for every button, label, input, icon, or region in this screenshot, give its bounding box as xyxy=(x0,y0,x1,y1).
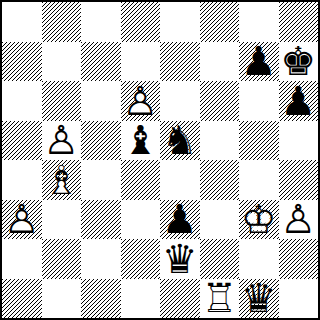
square-a8[interactable] xyxy=(2,2,42,42)
black-king-glyph: ♚ xyxy=(279,42,319,82)
square-b4[interactable]: ♝♗ xyxy=(42,160,82,200)
square-g4[interactable] xyxy=(239,160,279,200)
square-g7[interactable]: ♟♟ xyxy=(239,42,279,82)
square-e7[interactable] xyxy=(160,42,200,82)
square-e6[interactable] xyxy=(160,81,200,121)
square-a3[interactable]: ♟♙ xyxy=(2,200,42,240)
square-h1[interactable] xyxy=(279,279,319,319)
black-pawn-glyph: ♟ xyxy=(239,42,279,82)
black-bishop[interactable]: ♝♝ xyxy=(121,121,161,161)
white-pawn-glyph: ♙ xyxy=(2,200,42,240)
square-g3[interactable]: ♚♔ xyxy=(239,200,279,240)
white-rook-glyph: ♖ xyxy=(200,279,240,319)
square-c1[interactable] xyxy=(81,279,121,319)
square-b8[interactable] xyxy=(42,2,82,42)
square-b7[interactable] xyxy=(42,42,82,82)
square-f8[interactable] xyxy=(200,2,240,42)
black-king[interactable]: ♚♚ xyxy=(279,42,319,82)
square-c2[interactable] xyxy=(81,239,121,279)
square-c7[interactable] xyxy=(81,42,121,82)
white-pawn[interactable]: ♟♙ xyxy=(2,200,42,240)
square-f5[interactable] xyxy=(200,121,240,161)
square-d6[interactable]: ♟♙ xyxy=(121,81,161,121)
square-c6[interactable] xyxy=(81,81,121,121)
black-bishop-glyph: ♝ xyxy=(121,121,161,161)
square-f2[interactable] xyxy=(200,239,240,279)
square-d3[interactable] xyxy=(121,200,161,240)
square-a4[interactable] xyxy=(2,160,42,200)
white-pawn-glyph: ♙ xyxy=(121,81,161,121)
black-queen[interactable]: ♛♛ xyxy=(160,239,200,279)
square-c4[interactable] xyxy=(81,160,121,200)
white-pawn[interactable]: ♟♙ xyxy=(42,121,82,161)
square-f4[interactable] xyxy=(200,160,240,200)
black-queen-glyph: ♛ xyxy=(160,239,200,279)
square-h3[interactable]: ♟♙ xyxy=(279,200,319,240)
square-e3[interactable]: ♟♟ xyxy=(160,200,200,240)
square-f7[interactable] xyxy=(200,42,240,82)
black-knight[interactable]: ♞♞ xyxy=(160,121,200,161)
square-h6[interactable]: ♟♟ xyxy=(279,81,319,121)
black-queen-glyph: ♛ xyxy=(239,279,279,319)
black-pawn[interactable]: ♟♟ xyxy=(160,200,200,240)
square-h5[interactable] xyxy=(279,121,319,161)
square-b3[interactable] xyxy=(42,200,82,240)
square-c3[interactable] xyxy=(81,200,121,240)
square-d1[interactable] xyxy=(121,279,161,319)
square-g5[interactable] xyxy=(239,121,279,161)
white-pawn[interactable]: ♟♙ xyxy=(279,200,319,240)
square-g8[interactable] xyxy=(239,2,279,42)
square-a1[interactable] xyxy=(2,279,42,319)
square-g6[interactable] xyxy=(239,81,279,121)
black-queen[interactable]: ♛♛ xyxy=(239,279,279,319)
square-f3[interactable] xyxy=(200,200,240,240)
white-pawn-glyph: ♙ xyxy=(279,200,319,240)
square-e4[interactable] xyxy=(160,160,200,200)
chess-board: ♟♟♚♚♟♙♟♟♟♙♝♝♞♞♝♗♟♙♟♟♚♔♟♙♛♛♜♖♛♛ xyxy=(0,0,320,320)
square-g2[interactable] xyxy=(239,239,279,279)
white-rook[interactable]: ♜♖ xyxy=(200,279,240,319)
black-pawn[interactable]: ♟♟ xyxy=(239,42,279,82)
square-a2[interactable] xyxy=(2,239,42,279)
square-d8[interactable] xyxy=(121,2,161,42)
white-pawn-glyph: ♙ xyxy=(42,121,82,161)
square-e2[interactable]: ♛♛ xyxy=(160,239,200,279)
white-king[interactable]: ♚♔ xyxy=(239,200,279,240)
square-a6[interactable] xyxy=(2,81,42,121)
square-g1[interactable]: ♛♛ xyxy=(239,279,279,319)
square-h2[interactable] xyxy=(279,239,319,279)
black-pawn-glyph: ♟ xyxy=(160,200,200,240)
white-pawn[interactable]: ♟♙ xyxy=(121,81,161,121)
square-h7[interactable]: ♚♚ xyxy=(279,42,319,82)
square-a5[interactable] xyxy=(2,121,42,161)
square-d2[interactable] xyxy=(121,239,161,279)
white-king-glyph: ♔ xyxy=(239,200,279,240)
square-b6[interactable] xyxy=(42,81,82,121)
square-f6[interactable] xyxy=(200,81,240,121)
square-d7[interactable] xyxy=(121,42,161,82)
square-e1[interactable] xyxy=(160,279,200,319)
square-f1[interactable]: ♜♖ xyxy=(200,279,240,319)
square-c5[interactable] xyxy=(81,121,121,161)
square-b1[interactable] xyxy=(42,279,82,319)
square-b2[interactable] xyxy=(42,239,82,279)
white-bishop-glyph: ♗ xyxy=(42,160,82,200)
square-e8[interactable] xyxy=(160,2,200,42)
black-pawn-glyph: ♟ xyxy=(279,81,319,121)
square-e5[interactable]: ♞♞ xyxy=(160,121,200,161)
white-bishop[interactable]: ♝♗ xyxy=(42,160,82,200)
square-a7[interactable] xyxy=(2,42,42,82)
square-d5[interactable]: ♝♝ xyxy=(121,121,161,161)
square-c8[interactable] xyxy=(81,2,121,42)
black-knight-glyph: ♞ xyxy=(160,121,200,161)
square-h8[interactable] xyxy=(279,2,319,42)
square-d4[interactable] xyxy=(121,160,161,200)
square-h4[interactable] xyxy=(279,160,319,200)
black-pawn[interactable]: ♟♟ xyxy=(279,81,319,121)
square-b5[interactable]: ♟♙ xyxy=(42,121,82,161)
